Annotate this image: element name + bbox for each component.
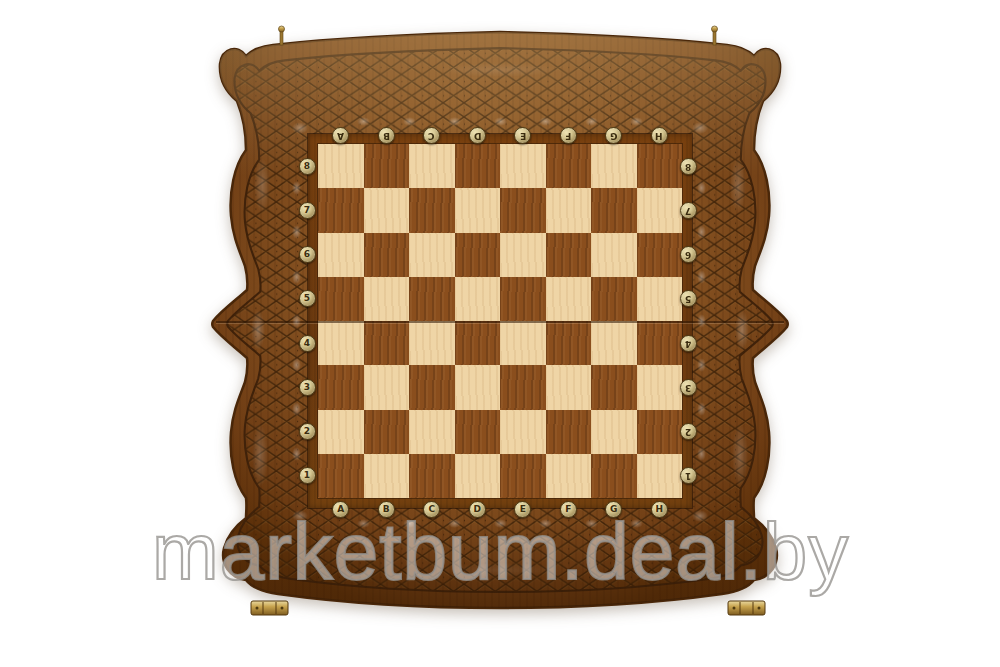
square-f6[interactable] [546,233,592,277]
square-c8[interactable] [409,144,455,188]
rank-label-right-6: 6 [680,246,697,263]
rank-label-right-3: 3 [680,379,697,396]
square-f2[interactable] [546,410,592,454]
rank-label-left-2: 2 [299,423,316,440]
watermark-text: marketbum.deal.by [152,512,849,592]
square-c4[interactable] [409,321,455,365]
square-a3[interactable] [318,365,364,409]
square-g8[interactable] [591,144,637,188]
file-label-top-h: H [651,127,668,144]
square-a8[interactable] [318,144,364,188]
rank-label-left-6: 6 [299,246,316,263]
square-e3[interactable] [500,365,546,409]
square-b7[interactable] [364,188,410,232]
square-f4[interactable] [546,321,592,365]
file-label-top-g: G [605,127,622,144]
file-label-top-f: F [560,127,577,144]
rank-label-left-5: 5 [299,290,316,307]
rank-label-right-1: 1 [680,467,697,484]
square-g1[interactable] [591,454,637,498]
square-a5[interactable] [318,277,364,321]
square-g4[interactable] [591,321,637,365]
square-a7[interactable] [318,188,364,232]
square-d4[interactable] [455,321,501,365]
square-c6[interactable] [409,233,455,277]
square-g5[interactable] [591,277,637,321]
square-g2[interactable] [591,410,637,454]
rank-label-right-5: 5 [680,290,697,307]
square-g6[interactable] [591,233,637,277]
rank-label-left-8: 8 [299,158,316,175]
file-label-top-c: C [423,127,440,144]
square-f5[interactable] [546,277,592,321]
square-h3[interactable] [637,365,683,409]
square-f7[interactable] [546,188,592,232]
rank-label-right-2: 2 [680,423,697,440]
left-brass-hinge [251,601,288,615]
square-e4[interactable] [500,321,546,365]
square-f1[interactable] [546,454,592,498]
square-b6[interactable] [364,233,410,277]
file-label-top-b: B [378,127,395,144]
square-e2[interactable] [500,410,546,454]
square-c2[interactable] [409,410,455,454]
square-b5[interactable] [364,277,410,321]
right-brass-clasp-pin [712,26,718,45]
square-f3[interactable] [546,365,592,409]
square-e7[interactable] [500,188,546,232]
square-h2[interactable] [637,410,683,454]
square-c7[interactable] [409,188,455,232]
square-b1[interactable] [364,454,410,498]
square-h5[interactable] [637,277,683,321]
square-e8[interactable] [500,144,546,188]
square-b8[interactable] [364,144,410,188]
square-d5[interactable] [455,277,501,321]
photo-background: ABCDEFGHABCDEFGH8765432187654321 marketb… [0,0,1000,667]
file-label-top-a: A [332,127,349,144]
square-h7[interactable] [637,188,683,232]
square-a1[interactable] [318,454,364,498]
square-h6[interactable] [637,233,683,277]
square-d7[interactable] [455,188,501,232]
square-d3[interactable] [455,365,501,409]
fold-seam [216,321,784,323]
rank-label-right-4: 4 [680,335,697,352]
square-c3[interactable] [409,365,455,409]
rank-label-left-3: 3 [299,379,316,396]
square-g3[interactable] [591,365,637,409]
square-d8[interactable] [455,144,501,188]
square-d2[interactable] [455,410,501,454]
square-h1[interactable] [637,454,683,498]
right-brass-hinge [728,601,765,615]
file-label-top-e: E [514,127,531,144]
square-e1[interactable] [500,454,546,498]
rank-label-left-7: 7 [299,202,316,219]
square-g7[interactable] [591,188,637,232]
square-e5[interactable] [500,277,546,321]
square-f8[interactable] [546,144,592,188]
rank-label-left-4: 4 [299,335,316,352]
square-a2[interactable] [318,410,364,454]
left-brass-clasp-pin [279,26,285,45]
square-c5[interactable] [409,277,455,321]
square-a6[interactable] [318,233,364,277]
square-h8[interactable] [637,144,683,188]
square-e6[interactable] [500,233,546,277]
square-b4[interactable] [364,321,410,365]
rank-label-right-7: 7 [680,202,697,219]
square-h4[interactable] [637,321,683,365]
square-b2[interactable] [364,410,410,454]
square-d1[interactable] [455,454,501,498]
file-label-top-d: D [469,127,486,144]
square-c1[interactable] [409,454,455,498]
rank-label-left-1: 1 [299,467,316,484]
rank-label-right-8: 8 [680,158,697,175]
square-b3[interactable] [364,365,410,409]
square-d6[interactable] [455,233,501,277]
square-a4[interactable] [318,321,364,365]
